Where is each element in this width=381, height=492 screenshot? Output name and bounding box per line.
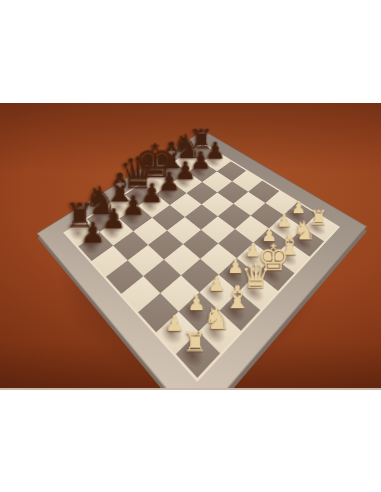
chessboard-photo: ♜♞♝♛♚♝♞♜♟♟♟♟♟♟♟♟♟♟♟♟♟♟♟♟♜♞♝♛♚♝♞♜ bbox=[0, 103, 381, 390]
black-pawn-icon: ♟ bbox=[58, 219, 129, 248]
page: ♜♞♝♛♚♝♞♜♟♟♟♟♟♟♟♟♟♟♟♟♟♟♟♟♜♞♝♛♚♝♞♜ bbox=[0, 0, 381, 492]
scene: ♜♞♝♛♚♝♞♜♟♟♟♟♟♟♟♟♟♟♟♟♟♟♟♟♜♞♝♛♚♝♞♜ bbox=[0, 103, 381, 388]
white-rook-icon: ♜ bbox=[168, 329, 223, 356]
chess-board: ♜♞♝♛♚♝♞♜♟♟♟♟♟♟♟♟♟♟♟♟♟♟♟♟♜♞♝♛♚♝♞♜ bbox=[37, 130, 368, 390]
